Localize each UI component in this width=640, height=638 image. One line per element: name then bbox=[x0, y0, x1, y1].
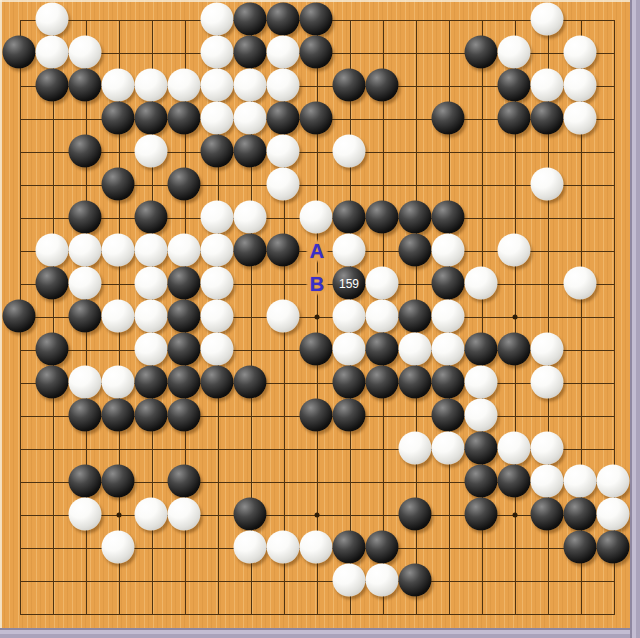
white-stone bbox=[36, 234, 69, 267]
black-stone bbox=[3, 300, 36, 333]
star-point bbox=[513, 513, 518, 518]
white-stone bbox=[564, 267, 597, 300]
white-stone bbox=[234, 531, 267, 564]
black-stone bbox=[69, 465, 102, 498]
white-stone bbox=[399, 432, 432, 465]
white-stone bbox=[234, 102, 267, 135]
black-stone bbox=[465, 465, 498, 498]
white-stone bbox=[267, 531, 300, 564]
black-stone bbox=[168, 333, 201, 366]
point-label-A[interactable]: A bbox=[306, 239, 328, 263]
point-label-B[interactable]: B bbox=[306, 272, 328, 296]
white-stone bbox=[333, 564, 366, 597]
black-stone bbox=[399, 300, 432, 333]
white-stone bbox=[102, 300, 135, 333]
board-bottom-border bbox=[0, 628, 630, 638]
white-stone bbox=[465, 399, 498, 432]
star-point bbox=[117, 513, 122, 518]
white-stone bbox=[498, 36, 531, 69]
board-right-border bbox=[630, 0, 640, 638]
white-stone bbox=[498, 432, 531, 465]
grid-line-horizontal bbox=[20, 614, 615, 615]
white-stone bbox=[531, 465, 564, 498]
black-stone bbox=[135, 366, 168, 399]
white-stone bbox=[267, 168, 300, 201]
black-stone bbox=[168, 300, 201, 333]
black-stone bbox=[168, 168, 201, 201]
black-stone bbox=[531, 102, 564, 135]
star-point bbox=[315, 513, 320, 518]
star-point bbox=[315, 315, 320, 320]
black-stone bbox=[597, 531, 630, 564]
white-stone bbox=[597, 465, 630, 498]
black-stone-move-159: 159 bbox=[333, 267, 366, 300]
board-left-edge bbox=[0, 0, 2, 628]
white-stone bbox=[201, 300, 234, 333]
black-stone bbox=[234, 36, 267, 69]
board-top-edge bbox=[0, 0, 640, 2]
black-stone bbox=[135, 399, 168, 432]
white-stone bbox=[564, 465, 597, 498]
black-stone bbox=[234, 234, 267, 267]
white-stone bbox=[531, 168, 564, 201]
black-stone bbox=[399, 498, 432, 531]
white-stone bbox=[531, 333, 564, 366]
black-stone bbox=[498, 465, 531, 498]
black-stone bbox=[135, 102, 168, 135]
black-stone bbox=[432, 399, 465, 432]
white-stone bbox=[465, 267, 498, 300]
black-stone bbox=[267, 234, 300, 267]
white-stone bbox=[267, 69, 300, 102]
white-stone bbox=[135, 135, 168, 168]
black-stone bbox=[36, 333, 69, 366]
white-stone bbox=[201, 234, 234, 267]
white-stone bbox=[300, 531, 333, 564]
white-stone bbox=[267, 36, 300, 69]
black-stone bbox=[102, 168, 135, 201]
black-stone bbox=[69, 201, 102, 234]
white-stone bbox=[201, 201, 234, 234]
star-point bbox=[513, 315, 518, 320]
black-stone bbox=[69, 399, 102, 432]
black-stone bbox=[267, 102, 300, 135]
white-stone bbox=[102, 366, 135, 399]
black-stone bbox=[201, 135, 234, 168]
white-stone bbox=[432, 234, 465, 267]
black-stone bbox=[201, 366, 234, 399]
black-stone bbox=[168, 399, 201, 432]
white-stone bbox=[168, 69, 201, 102]
black-stone bbox=[333, 531, 366, 564]
black-stone bbox=[432, 201, 465, 234]
white-stone bbox=[135, 300, 168, 333]
black-stone bbox=[69, 69, 102, 102]
white-stone bbox=[564, 36, 597, 69]
white-stone bbox=[333, 135, 366, 168]
black-stone bbox=[267, 3, 300, 36]
white-stone bbox=[267, 135, 300, 168]
white-stone bbox=[102, 69, 135, 102]
black-stone bbox=[531, 498, 564, 531]
black-stone bbox=[498, 333, 531, 366]
black-stone bbox=[300, 3, 333, 36]
white-stone bbox=[531, 366, 564, 399]
white-stone bbox=[366, 300, 399, 333]
white-stone bbox=[300, 201, 333, 234]
black-stone bbox=[234, 135, 267, 168]
white-stone bbox=[201, 267, 234, 300]
black-stone bbox=[36, 366, 69, 399]
white-stone bbox=[135, 498, 168, 531]
white-stone bbox=[333, 234, 366, 267]
black-stone bbox=[498, 102, 531, 135]
white-stone bbox=[465, 366, 498, 399]
white-stone bbox=[267, 300, 300, 333]
black-stone bbox=[366, 201, 399, 234]
black-stone bbox=[366, 69, 399, 102]
black-stone bbox=[102, 465, 135, 498]
white-stone bbox=[168, 234, 201, 267]
go-game-screenshot: 159AB bbox=[0, 0, 640, 638]
black-stone bbox=[399, 564, 432, 597]
white-stone bbox=[564, 69, 597, 102]
black-stone bbox=[366, 366, 399, 399]
black-stone bbox=[564, 531, 597, 564]
white-stone bbox=[201, 3, 234, 36]
black-stone bbox=[102, 102, 135, 135]
black-stone bbox=[333, 201, 366, 234]
white-stone bbox=[333, 333, 366, 366]
white-stone bbox=[102, 234, 135, 267]
white-stone bbox=[234, 69, 267, 102]
white-stone bbox=[564, 102, 597, 135]
white-stone bbox=[201, 333, 234, 366]
black-stone bbox=[168, 267, 201, 300]
black-stone bbox=[69, 135, 102, 168]
white-stone bbox=[498, 234, 531, 267]
black-stone bbox=[333, 69, 366, 102]
white-stone bbox=[201, 102, 234, 135]
black-stone bbox=[36, 267, 69, 300]
white-stone bbox=[102, 531, 135, 564]
white-stone bbox=[432, 300, 465, 333]
black-stone bbox=[234, 498, 267, 531]
black-stone bbox=[300, 36, 333, 69]
move-number-label: 159 bbox=[339, 277, 359, 289]
black-stone bbox=[399, 201, 432, 234]
white-stone bbox=[531, 3, 564, 36]
white-stone bbox=[135, 333, 168, 366]
black-stone bbox=[366, 531, 399, 564]
black-stone bbox=[300, 333, 333, 366]
white-stone bbox=[597, 498, 630, 531]
white-stone bbox=[366, 267, 399, 300]
white-stone bbox=[135, 69, 168, 102]
white-stone bbox=[69, 366, 102, 399]
white-stone bbox=[234, 201, 267, 234]
black-stone bbox=[234, 366, 267, 399]
white-stone bbox=[69, 36, 102, 69]
white-stone bbox=[432, 333, 465, 366]
black-stone bbox=[399, 234, 432, 267]
black-stone bbox=[465, 36, 498, 69]
black-stone bbox=[333, 399, 366, 432]
white-stone bbox=[366, 564, 399, 597]
black-stone bbox=[36, 69, 69, 102]
white-stone bbox=[201, 36, 234, 69]
white-stone bbox=[201, 69, 234, 102]
white-stone bbox=[69, 234, 102, 267]
black-stone bbox=[432, 102, 465, 135]
black-stone bbox=[3, 36, 36, 69]
white-stone bbox=[135, 267, 168, 300]
black-stone bbox=[465, 333, 498, 366]
white-stone bbox=[531, 69, 564, 102]
black-stone bbox=[465, 432, 498, 465]
black-stone bbox=[465, 498, 498, 531]
white-stone bbox=[531, 432, 564, 465]
white-stone bbox=[333, 300, 366, 333]
black-stone bbox=[300, 399, 333, 432]
black-stone bbox=[168, 102, 201, 135]
white-stone bbox=[135, 234, 168, 267]
go-board[interactable]: 159AB bbox=[0, 0, 630, 628]
white-stone bbox=[69, 498, 102, 531]
black-stone bbox=[234, 3, 267, 36]
black-stone bbox=[102, 399, 135, 432]
black-stone bbox=[69, 300, 102, 333]
white-stone bbox=[69, 267, 102, 300]
black-stone bbox=[366, 333, 399, 366]
black-stone bbox=[168, 366, 201, 399]
white-stone bbox=[168, 498, 201, 531]
white-stone bbox=[36, 36, 69, 69]
black-stone bbox=[432, 267, 465, 300]
black-stone bbox=[399, 366, 432, 399]
black-stone bbox=[432, 366, 465, 399]
white-stone bbox=[432, 432, 465, 465]
black-stone bbox=[333, 366, 366, 399]
black-stone bbox=[168, 465, 201, 498]
black-stone bbox=[498, 69, 531, 102]
black-stone bbox=[564, 498, 597, 531]
white-stone bbox=[36, 3, 69, 36]
white-stone bbox=[399, 333, 432, 366]
black-stone bbox=[135, 201, 168, 234]
grid-line-horizontal bbox=[20, 581, 615, 582]
black-stone bbox=[300, 102, 333, 135]
